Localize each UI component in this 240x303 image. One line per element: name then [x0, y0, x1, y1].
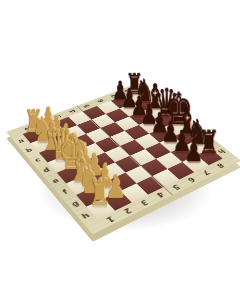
board-wrapper: ♜♞♝♛♚♝♞♜♟♟♟♟♟♟♟♟♟♟♟♟♟♟♟♟♜♞♝♛♚♝♞♜ abcdefg…: [35, 61, 204, 230]
product-photo: ♜♞♝♛♚♝♞♜♟♟♟♟♟♟♟♟♟♟♟♟♟♟♟♟♜♞♝♛♚♝♞♜ abcdefg…: [0, 0, 240, 303]
board-grid: ♜♞♝♛♚♝♞♜♟♟♟♟♟♟♟♟♟♟♟♟♟♟♟♟♜♞♝♛♚♝♞♜: [23, 91, 223, 219]
